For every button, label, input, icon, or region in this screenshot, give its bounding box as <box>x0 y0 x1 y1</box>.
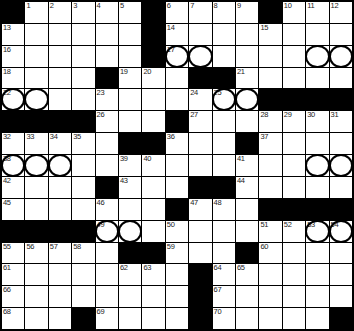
grid-cell[interactable] <box>213 46 235 67</box>
grid-cell[interactable] <box>49 286 71 307</box>
clue-number: 4 <box>97 2 101 10</box>
grid-cell[interactable]: 60 <box>259 243 281 264</box>
grid-cell[interactable] <box>119 308 141 329</box>
grid-cell[interactable]: 3 <box>72 2 94 23</box>
circle-marker <box>118 220 142 243</box>
grid-cell[interactable] <box>259 286 281 307</box>
grid-cell[interactable] <box>306 24 328 45</box>
clue-number: 44 <box>237 177 245 185</box>
grid-cell[interactable] <box>213 221 235 242</box>
grid-cell[interactable] <box>236 111 258 132</box>
grid-cell[interactable] <box>72 155 94 176</box>
circle-marker <box>329 45 353 68</box>
clue-number: 63 <box>143 264 151 272</box>
grid-cell[interactable] <box>166 177 188 198</box>
grid-cell[interactable] <box>142 111 164 132</box>
clue-number: 56 <box>26 243 34 251</box>
grid-cell[interactable] <box>166 264 188 285</box>
grid-cell[interactable]: 55 <box>2 243 24 264</box>
grid-cell[interactable]: 12 <box>330 2 352 23</box>
grid-cell[interactable] <box>142 177 164 198</box>
black-square <box>2 111 24 132</box>
black-square <box>189 264 211 285</box>
grid-cell[interactable]: 8 <box>213 2 235 23</box>
clue-number: 41 <box>237 155 245 163</box>
black-square <box>236 133 258 154</box>
black-square <box>306 89 328 110</box>
clue-number: 52 <box>284 221 292 229</box>
clue-number: 28 <box>260 111 268 119</box>
circle-marker <box>305 154 329 177</box>
grid-cell[interactable]: 21 <box>236 68 258 89</box>
grid-cell[interactable] <box>119 199 141 220</box>
black-square <box>49 221 71 242</box>
clue-number: 34 <box>50 133 58 141</box>
black-square <box>330 199 352 220</box>
grid-cell[interactable] <box>283 24 305 45</box>
grid-cell[interactable] <box>25 24 47 45</box>
grid-cell[interactable] <box>25 286 47 307</box>
clue-number: 40 <box>143 155 151 163</box>
grid-cell[interactable] <box>189 155 211 176</box>
grid-cell[interactable]: 50 <box>166 221 188 242</box>
black-square <box>25 221 47 242</box>
clue-number: 35 <box>73 133 81 141</box>
grid-cell[interactable] <box>25 264 47 285</box>
grid-cell[interactable] <box>306 68 328 89</box>
grid-cell[interactable]: 44 <box>236 177 258 198</box>
clue-number: 1 <box>26 2 30 10</box>
crossword-board: 1234567891011121314151617181920212223242… <box>0 0 354 331</box>
grid-cell[interactable]: 57 <box>49 243 71 264</box>
grid-cell[interactable] <box>72 286 94 307</box>
grid-cell[interactable] <box>283 243 305 264</box>
grid-cell[interactable] <box>189 46 211 67</box>
grid-cell[interactable] <box>96 133 118 154</box>
clue-number: 25 <box>214 89 222 97</box>
grid-cell[interactable]: 1 <box>25 2 47 23</box>
grid-cell[interactable] <box>330 177 352 198</box>
grid-cell[interactable] <box>166 286 188 307</box>
black-square <box>119 133 141 154</box>
grid-cell[interactable] <box>213 133 235 154</box>
grid-cell[interactable] <box>72 46 94 67</box>
clue-number: 21 <box>237 68 245 76</box>
grid-cell[interactable] <box>306 133 328 154</box>
grid-cell[interactable] <box>72 199 94 220</box>
clue-number: 19 <box>120 68 128 76</box>
grid-cell[interactable] <box>72 68 94 89</box>
clue-number: 58 <box>73 243 81 251</box>
circle-marker <box>24 154 48 177</box>
grid-cell[interactable]: 38 <box>2 155 24 176</box>
grid-cell[interactable] <box>49 89 71 110</box>
grid-cell[interactable] <box>236 89 258 110</box>
grid-cell[interactable] <box>259 46 281 67</box>
grid-cell[interactable] <box>330 68 352 89</box>
clue-number: 14 <box>167 24 175 32</box>
grid-cell[interactable] <box>96 155 118 176</box>
grid-cell[interactable] <box>213 243 235 264</box>
clue-number: 68 <box>3 308 11 316</box>
grid-cell[interactable]: 9 <box>236 2 258 23</box>
grid-cell[interactable]: 19 <box>119 68 141 89</box>
grid-cell[interactable] <box>330 264 352 285</box>
grid-cell[interactable] <box>259 68 281 89</box>
black-square <box>96 177 118 198</box>
clue-number: 27 <box>190 111 198 119</box>
grid-cell[interactable]: 70 <box>213 308 235 329</box>
grid-cell[interactable]: 39 <box>119 155 141 176</box>
grid-cell[interactable] <box>166 89 188 110</box>
grid-cell[interactable]: 62 <box>119 264 141 285</box>
grid-cell[interactable] <box>96 24 118 45</box>
grid-cell[interactable]: 69 <box>96 308 118 329</box>
grid-cell[interactable]: 61 <box>2 264 24 285</box>
grid-cell[interactable]: 10 <box>283 2 305 23</box>
clue-number: 6 <box>167 2 171 10</box>
clue-number: 18 <box>3 68 11 76</box>
grid-cell[interactable] <box>306 286 328 307</box>
grid-cell[interactable]: 41 <box>236 155 258 176</box>
clue-number: 60 <box>260 243 268 251</box>
grid-cell[interactable] <box>49 24 71 45</box>
black-square <box>259 199 281 220</box>
clue-number: 43 <box>120 177 128 185</box>
grid-cell[interactable]: 28 <box>259 111 281 132</box>
grid-cell[interactable] <box>330 46 352 67</box>
grid-cell[interactable] <box>236 24 258 45</box>
grid-cell[interactable] <box>306 46 328 67</box>
black-square <box>49 111 71 132</box>
grid-cell[interactable]: 52 <box>283 221 305 242</box>
grid-cell[interactable]: 34 <box>49 133 71 154</box>
grid-cell[interactable] <box>72 264 94 285</box>
clue-number: 5 <box>120 2 124 10</box>
grid-cell[interactable] <box>306 264 328 285</box>
clue-number: 23 <box>97 89 105 97</box>
grid-cell[interactable] <box>259 308 281 329</box>
grid-cell[interactable] <box>236 46 258 67</box>
grid-cell[interactable]: 20 <box>142 68 164 89</box>
grid-cell[interactable]: 35 <box>72 133 94 154</box>
grid-cell[interactable] <box>49 199 71 220</box>
grid-cell[interactable] <box>49 155 71 176</box>
grid-cell[interactable] <box>236 308 258 329</box>
clue-number: 3 <box>73 2 77 10</box>
clue-number: 57 <box>50 243 58 251</box>
clue-number: 7 <box>190 2 194 10</box>
grid-cell[interactable]: 49 <box>96 221 118 242</box>
grid-cell[interactable] <box>72 177 94 198</box>
grid-cell[interactable] <box>283 46 305 67</box>
grid-cell[interactable]: 26 <box>96 111 118 132</box>
clue-number: 20 <box>143 68 151 76</box>
grid-cell[interactable]: 14 <box>166 24 188 45</box>
clue-number: 45 <box>3 199 11 207</box>
black-square <box>72 111 94 132</box>
grid-cell[interactable]: 32 <box>2 133 24 154</box>
black-square <box>166 111 188 132</box>
clue-number: 39 <box>120 155 128 163</box>
grid-cell[interactable] <box>25 68 47 89</box>
grid-cell[interactable]: 40 <box>142 155 164 176</box>
grid-cell[interactable] <box>236 199 258 220</box>
grid-cell[interactable]: 37 <box>259 133 281 154</box>
grid-cell[interactable] <box>49 308 71 329</box>
grid-cell[interactable]: 5 <box>119 2 141 23</box>
grid-cell[interactable]: 17 <box>166 46 188 67</box>
grid-cell[interactable]: 56 <box>25 243 47 264</box>
black-square <box>283 89 305 110</box>
clue-number: 13 <box>3 24 11 32</box>
clue-number: 51 <box>260 221 268 229</box>
grid-cell[interactable]: 58 <box>72 243 94 264</box>
grid-cell[interactable] <box>96 46 118 67</box>
clue-number: 16 <box>3 46 11 54</box>
grid-cell[interactable] <box>283 264 305 285</box>
grid-cell[interactable] <box>142 221 164 242</box>
grid-cell[interactable] <box>49 177 71 198</box>
grid-cell[interactable] <box>306 308 328 329</box>
grid-cell[interactable]: 46 <box>96 199 118 220</box>
grid-cell[interactable]: 59 <box>166 243 188 264</box>
black-square <box>306 199 328 220</box>
clue-number: 47 <box>190 199 198 207</box>
grid-cell[interactable] <box>283 155 305 176</box>
black-square <box>72 221 94 242</box>
grid-cell[interactable] <box>142 199 164 220</box>
black-square <box>189 308 211 329</box>
clue-number: 61 <box>3 264 11 272</box>
grid-cell[interactable]: 65 <box>236 264 258 285</box>
grid-cell[interactable] <box>72 89 94 110</box>
grid-cell[interactable]: 11 <box>306 2 328 23</box>
grid-cell[interactable] <box>330 24 352 45</box>
black-square <box>189 68 211 89</box>
clue-number: 29 <box>284 111 292 119</box>
clue-number: 38 <box>3 155 11 163</box>
black-square <box>142 24 164 45</box>
clue-number: 37 <box>260 133 268 141</box>
grid-cell[interactable]: 15 <box>259 24 281 45</box>
grid-cell[interactable]: 22 <box>2 89 24 110</box>
clue-number: 50 <box>167 221 175 229</box>
black-square <box>236 243 258 264</box>
grid-cell[interactable] <box>259 177 281 198</box>
grid-cell[interactable]: 53 <box>306 221 328 242</box>
clue-number: 42 <box>3 177 11 185</box>
clue-number: 69 <box>97 308 105 316</box>
clue-number: 70 <box>214 308 222 316</box>
grid-cell[interactable]: 24 <box>189 89 211 110</box>
grid-cell[interactable]: 31 <box>330 111 352 132</box>
clue-number: 62 <box>120 264 128 272</box>
grid-cell[interactable] <box>96 264 118 285</box>
grid-cell[interactable]: 23 <box>96 89 118 110</box>
grid-cell[interactable] <box>213 111 235 132</box>
black-square <box>283 199 305 220</box>
grid-cell[interactable] <box>283 286 305 307</box>
clue-number: 59 <box>167 243 175 251</box>
clue-number: 36 <box>167 133 175 141</box>
grid-cell[interactable]: 47 <box>189 199 211 220</box>
grid-cell[interactable] <box>96 243 118 264</box>
grid-cell[interactable]: 63 <box>142 264 164 285</box>
circle-marker <box>48 154 72 177</box>
clue-number: 66 <box>3 286 11 294</box>
clue-number: 54 <box>331 221 339 229</box>
black-square <box>259 2 281 23</box>
black-square <box>213 177 235 198</box>
clue-number: 11 <box>307 2 314 10</box>
grid-cell[interactable] <box>189 24 211 45</box>
grid-cell[interactable]: 68 <box>2 308 24 329</box>
grid-cell[interactable]: 16 <box>2 46 24 67</box>
clue-number: 48 <box>214 199 222 207</box>
black-square <box>259 89 281 110</box>
clue-number: 17 <box>167 46 175 54</box>
grid-cell[interactable] <box>236 286 258 307</box>
clue-number: 64 <box>214 264 222 272</box>
clue-number: 15 <box>260 24 268 32</box>
grid-cell[interactable]: 27 <box>189 111 211 132</box>
black-square <box>142 2 164 23</box>
grid-cell[interactable] <box>96 286 118 307</box>
clue-number: 65 <box>237 264 245 272</box>
black-square <box>2 221 24 242</box>
grid-cell[interactable]: 18 <box>2 68 24 89</box>
grid-cell[interactable] <box>189 221 211 242</box>
grid-cell[interactable] <box>283 133 305 154</box>
circle-marker <box>24 88 48 111</box>
grid-cell[interactable]: 36 <box>166 133 188 154</box>
clue-number: 53 <box>307 221 315 229</box>
grid-cell[interactable] <box>213 24 235 45</box>
black-square <box>142 46 164 67</box>
clue-number: 22 <box>3 89 11 97</box>
grid-cell[interactable]: 13 <box>2 24 24 45</box>
clue-number: 31 <box>331 111 339 119</box>
clue-number: 49 <box>97 221 105 229</box>
grid-cell[interactable] <box>25 199 47 220</box>
grid-cell[interactable] <box>330 155 352 176</box>
grid-cell[interactable] <box>25 89 47 110</box>
black-square <box>119 243 141 264</box>
grid-cell[interactable] <box>119 89 141 110</box>
clue-number: 24 <box>190 89 198 97</box>
grid-cell[interactable]: 64 <box>213 264 235 285</box>
grid-cell[interactable] <box>142 308 164 329</box>
grid-cell[interactable] <box>166 68 188 89</box>
black-square <box>189 177 211 198</box>
black-square <box>330 89 352 110</box>
grid-cell[interactable]: 42 <box>2 177 24 198</box>
black-square <box>213 68 235 89</box>
grid-cell[interactable] <box>189 133 211 154</box>
grid-cell[interactable] <box>119 24 141 45</box>
grid-cell[interactable]: 45 <box>2 199 24 220</box>
grid-cell[interactable] <box>330 286 352 307</box>
grid-cell[interactable] <box>189 243 211 264</box>
grid-cell[interactable] <box>119 46 141 67</box>
grid-cell[interactable]: 54 <box>330 221 352 242</box>
clue-number: 32 <box>3 133 11 141</box>
black-square <box>330 308 352 329</box>
circle-marker <box>188 45 212 68</box>
grid-cell[interactable] <box>236 221 258 242</box>
clue-number: 8 <box>214 2 218 10</box>
grid-cell[interactable]: 4 <box>96 2 118 23</box>
grid-cell[interactable] <box>259 155 281 176</box>
black-square <box>2 2 24 23</box>
grid-cell[interactable]: 43 <box>119 177 141 198</box>
grid-cell[interactable] <box>330 133 352 154</box>
grid-cell[interactable] <box>283 68 305 89</box>
black-square <box>72 308 94 329</box>
clue-number: 55 <box>3 243 11 251</box>
grid-cell[interactable] <box>166 308 188 329</box>
grid-cell[interactable]: 51 <box>259 221 281 242</box>
grid-cell[interactable] <box>25 46 47 67</box>
clue-number: 10 <box>284 2 292 10</box>
grid-cell[interactable]: 67 <box>213 286 235 307</box>
clue-number: 33 <box>26 133 34 141</box>
grid-cell[interactable] <box>306 177 328 198</box>
grid-cell[interactable] <box>142 286 164 307</box>
grid-cell[interactable] <box>166 155 188 176</box>
grid-cell[interactable] <box>259 264 281 285</box>
grid-cell[interactable]: 6 <box>166 2 188 23</box>
clue-number: 30 <box>307 111 315 119</box>
circle-marker <box>329 154 353 177</box>
grid-cell[interactable]: 29 <box>283 111 305 132</box>
grid-cell[interactable] <box>330 243 352 264</box>
grid-cell[interactable] <box>283 308 305 329</box>
grid-cell[interactable] <box>119 111 141 132</box>
black-square <box>189 286 211 307</box>
black-square <box>166 199 188 220</box>
clue-number: 67 <box>214 286 222 294</box>
clue-number: 12 <box>331 2 339 10</box>
grid-cell[interactable] <box>306 155 328 176</box>
grid-cell[interactable] <box>119 286 141 307</box>
grid-cell[interactable] <box>119 221 141 242</box>
grid-cell[interactable] <box>25 155 47 176</box>
grid-cell[interactable]: 7 <box>189 2 211 23</box>
grid-cell[interactable]: 33 <box>25 133 47 154</box>
clue-number: 9 <box>237 2 241 10</box>
grid-cell[interactable]: 25 <box>213 89 235 110</box>
grid-cell[interactable] <box>72 24 94 45</box>
grid-cell[interactable] <box>49 264 71 285</box>
grid-cell[interactable]: 66 <box>2 286 24 307</box>
black-square <box>96 68 118 89</box>
grid-cell[interactable] <box>142 89 164 110</box>
grid-cell[interactable] <box>306 243 328 264</box>
grid-cell[interactable] <box>25 308 47 329</box>
grid-cell[interactable] <box>25 177 47 198</box>
grid-cell[interactable]: 48 <box>213 199 235 220</box>
circle-marker <box>235 88 259 111</box>
grid-cell[interactable]: 2 <box>49 2 71 23</box>
grid-cell[interactable] <box>49 68 71 89</box>
grid-cell[interactable] <box>49 46 71 67</box>
grid-cell[interactable]: 30 <box>306 111 328 132</box>
grid-cell[interactable] <box>283 177 305 198</box>
grid-cell[interactable] <box>213 155 235 176</box>
clue-number: 46 <box>97 199 105 207</box>
